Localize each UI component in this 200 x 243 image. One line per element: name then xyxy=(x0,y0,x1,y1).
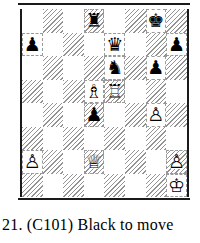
piece-outline-layer: ♙ xyxy=(24,150,41,172)
piece-outline-layer: ♙ xyxy=(147,103,164,125)
square-d6[interactable] xyxy=(84,56,105,80)
black-pawn-piece[interactable]: ♟ xyxy=(86,105,103,124)
black-king-piece[interactable]: ♚ xyxy=(147,11,164,30)
square-b3[interactable] xyxy=(43,127,64,151)
black-pawn-piece[interactable]: ♟ xyxy=(168,35,185,54)
square-g1[interactable] xyxy=(146,174,167,198)
piece-outline-layer: ♙ xyxy=(168,150,185,172)
square-f4[interactable] xyxy=(125,103,146,127)
black-pawn-piece[interactable]: ♟ xyxy=(147,58,164,77)
piece-outline-layer: ♖ xyxy=(106,80,123,102)
square-h5[interactable] xyxy=(166,80,187,104)
square-a2[interactable]: ♟♙ xyxy=(22,150,43,174)
square-h6[interactable] xyxy=(166,56,187,80)
white-king-piece[interactable]: ♚♔ xyxy=(168,176,185,195)
square-g6[interactable]: ♟ xyxy=(146,56,167,80)
square-h3[interactable] xyxy=(166,127,187,151)
square-c8[interactable] xyxy=(63,9,84,33)
square-g7[interactable] xyxy=(146,33,167,57)
board-frame: ♜♚♟♛♟♞♟♝♗♜♖♟♟♙♟♙♛♕♟♙♚♔ xyxy=(20,9,189,197)
square-h2[interactable]: ♟♙ xyxy=(166,150,187,174)
square-d5[interactable]: ♝♗ xyxy=(84,80,105,104)
square-e7[interactable]: ♛ xyxy=(104,33,125,57)
square-c3[interactable] xyxy=(63,127,84,151)
square-d4[interactable]: ♟ xyxy=(84,103,105,127)
white-pawn-piece[interactable]: ♟♙ xyxy=(147,105,164,124)
square-b1[interactable] xyxy=(43,174,64,198)
square-d2[interactable]: ♛♕ xyxy=(84,150,105,174)
square-f2[interactable] xyxy=(125,150,146,174)
piece-outline-layer: ♗ xyxy=(86,80,103,102)
square-b6[interactable] xyxy=(43,56,64,80)
black-pawn-piece[interactable]: ♟ xyxy=(24,35,41,54)
piece-outline-layer: ♕ xyxy=(86,150,103,172)
square-b4[interactable] xyxy=(43,103,64,127)
square-f6[interactable] xyxy=(125,56,146,80)
square-a6[interactable] xyxy=(22,56,43,80)
square-h4[interactable] xyxy=(166,103,187,127)
top-rule-line xyxy=(18,3,190,5)
square-b5[interactable] xyxy=(43,80,64,104)
square-a5[interactable] xyxy=(22,80,43,104)
black-knight-piece[interactable]: ♞ xyxy=(106,58,123,77)
square-c1[interactable] xyxy=(63,174,84,198)
black-rook-piece[interactable]: ♜ xyxy=(86,11,103,30)
square-g5[interactable] xyxy=(146,80,167,104)
chess-board: ♜♚♟♛♟♞♟♝♗♜♖♟♟♙♟♙♛♕♟♙♚♔ xyxy=(22,9,187,197)
square-c4[interactable] xyxy=(63,103,84,127)
square-c6[interactable] xyxy=(63,56,84,80)
piece-outline-layer: ♔ xyxy=(168,174,185,196)
square-h7[interactable]: ♟ xyxy=(166,33,187,57)
square-b2[interactable] xyxy=(43,150,64,174)
bottom-rule-line xyxy=(18,198,190,200)
square-g2[interactable] xyxy=(146,150,167,174)
square-g3[interactable] xyxy=(146,127,167,151)
white-pawn-piece[interactable]: ♟♙ xyxy=(24,152,41,171)
square-f3[interactable] xyxy=(125,127,146,151)
square-e6[interactable]: ♞ xyxy=(104,56,125,80)
white-rook-piece[interactable]: ♜♖ xyxy=(106,82,123,101)
square-d8[interactable]: ♜ xyxy=(84,9,105,33)
square-c7[interactable] xyxy=(63,33,84,57)
square-g4[interactable]: ♟♙ xyxy=(146,103,167,127)
diagram-caption: 21. (C101) Black to move xyxy=(2,216,173,234)
square-b8[interactable] xyxy=(43,9,64,33)
square-a1[interactable] xyxy=(22,174,43,198)
square-d1[interactable] xyxy=(84,174,105,198)
square-f8[interactable] xyxy=(125,9,146,33)
white-pawn-piece[interactable]: ♟♙ xyxy=(168,152,185,171)
square-e2[interactable] xyxy=(104,150,125,174)
square-a7[interactable]: ♟ xyxy=(22,33,43,57)
black-queen-piece[interactable]: ♛ xyxy=(106,35,123,54)
square-c2[interactable] xyxy=(63,150,84,174)
square-d7[interactable] xyxy=(84,33,105,57)
white-bishop-piece[interactable]: ♝♗ xyxy=(86,82,103,101)
square-c5[interactable] xyxy=(63,80,84,104)
square-b7[interactable] xyxy=(43,33,64,57)
square-a3[interactable] xyxy=(22,127,43,151)
square-e4[interactable] xyxy=(104,103,125,127)
square-a8[interactable] xyxy=(22,9,43,33)
chess-diagram-page: ♜♚♟♛♟♞♟♝♗♜♖♟♟♙♟♙♛♕♟♙♚♔ 21. (C101) Black … xyxy=(0,0,200,243)
square-e1[interactable] xyxy=(104,174,125,198)
square-d3[interactable] xyxy=(84,127,105,151)
square-h1[interactable]: ♚♔ xyxy=(166,174,187,198)
square-e5[interactable]: ♜♖ xyxy=(104,80,125,104)
white-queen-piece[interactable]: ♛♕ xyxy=(86,152,103,171)
square-e8[interactable] xyxy=(104,9,125,33)
square-a4[interactable] xyxy=(22,103,43,127)
square-f5[interactable] xyxy=(125,80,146,104)
square-g8[interactable]: ♚ xyxy=(146,9,167,33)
square-f7[interactable] xyxy=(125,33,146,57)
square-f1[interactable] xyxy=(125,174,146,198)
square-h8[interactable] xyxy=(166,9,187,33)
square-e3[interactable] xyxy=(104,127,125,151)
